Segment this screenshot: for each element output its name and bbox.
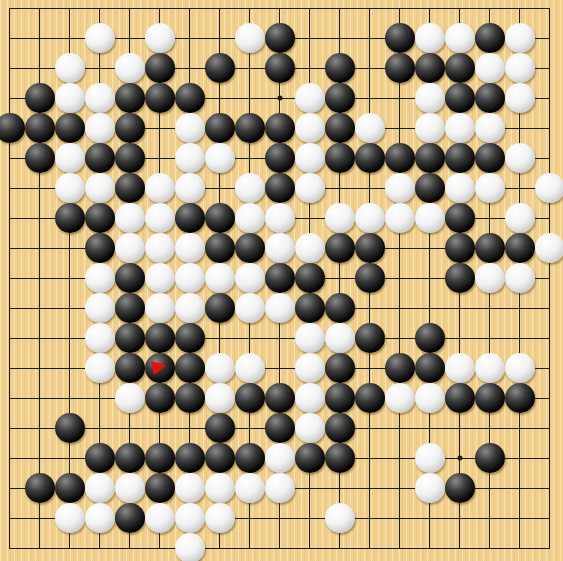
white-stone [85, 173, 115, 203]
white-stone [505, 353, 535, 383]
black-stone [235, 233, 265, 263]
black-stone [445, 263, 475, 293]
white-stone [295, 323, 325, 353]
black-stone [445, 143, 475, 173]
white-stone [385, 203, 415, 233]
black-stone [25, 113, 55, 143]
black-stone [415, 353, 445, 383]
white-stone [85, 263, 115, 293]
white-stone [115, 233, 145, 263]
white-stone [205, 353, 235, 383]
black-stone [115, 353, 145, 383]
black-stone [235, 383, 265, 413]
black-stone [175, 203, 205, 233]
white-stone [55, 143, 85, 173]
black-stone [205, 293, 235, 323]
white-stone [235, 473, 265, 503]
white-stone [295, 83, 325, 113]
white-stone [85, 23, 115, 53]
white-stone [475, 113, 505, 143]
white-stone [295, 233, 325, 263]
white-stone [115, 473, 145, 503]
black-stone [475, 23, 505, 53]
grid-hline [9, 548, 550, 549]
white-stone [265, 443, 295, 473]
white-stone [265, 203, 295, 233]
black-stone [265, 383, 295, 413]
black-stone [445, 233, 475, 263]
white-stone [235, 173, 265, 203]
black-stone [325, 143, 355, 173]
black-stone [325, 443, 355, 473]
white-stone [535, 233, 563, 263]
black-stone [145, 383, 175, 413]
black-stone [205, 53, 235, 83]
black-stone [385, 23, 415, 53]
white-stone [415, 443, 445, 473]
black-stone [505, 233, 535, 263]
black-stone [415, 143, 445, 173]
white-stone [505, 143, 535, 173]
black-stone [205, 113, 235, 143]
white-stone [415, 113, 445, 143]
white-stone [85, 353, 115, 383]
white-stone [85, 473, 115, 503]
white-stone [175, 473, 205, 503]
black-stone [55, 473, 85, 503]
white-stone [85, 323, 115, 353]
black-stone [175, 353, 205, 383]
black-stone [355, 323, 385, 353]
white-stone [445, 113, 475, 143]
black-stone [205, 413, 235, 443]
white-stone [415, 203, 445, 233]
white-stone [505, 23, 535, 53]
black-stone [445, 53, 475, 83]
black-stone [175, 443, 205, 473]
grid-vline [399, 8, 400, 549]
white-stone [325, 203, 355, 233]
black-stone [145, 473, 175, 503]
white-stone [85, 83, 115, 113]
white-stone [145, 233, 175, 263]
white-stone [175, 143, 205, 173]
black-stone [115, 263, 145, 293]
white-stone [415, 473, 445, 503]
black-stone [145, 83, 175, 113]
black-stone [175, 83, 205, 113]
black-stone [85, 203, 115, 233]
white-stone [445, 353, 475, 383]
black-stone [205, 443, 235, 473]
white-stone [175, 173, 205, 203]
white-stone [205, 383, 235, 413]
black-stone [235, 113, 265, 143]
white-stone [55, 173, 85, 203]
white-stone [175, 293, 205, 323]
black-stone [115, 503, 145, 533]
black-stone [55, 203, 85, 233]
white-stone [145, 173, 175, 203]
black-stone [115, 323, 145, 353]
white-stone [115, 383, 145, 413]
black-stone [115, 143, 145, 173]
black-stone [445, 83, 475, 113]
black-stone [325, 233, 355, 263]
black-stone [385, 143, 415, 173]
white-stone [385, 383, 415, 413]
black-stone [85, 143, 115, 173]
black-stone [85, 443, 115, 473]
black-stone [265, 113, 295, 143]
black-stone [295, 443, 325, 473]
black-stone [475, 383, 505, 413]
white-stone [235, 23, 265, 53]
black-stone [145, 53, 175, 83]
black-stone [355, 383, 385, 413]
white-stone [475, 173, 505, 203]
black-stone [325, 83, 355, 113]
white-stone [505, 263, 535, 293]
black-stone [55, 113, 85, 143]
black-stone [445, 203, 475, 233]
white-stone [265, 293, 295, 323]
black-stone [85, 233, 115, 263]
white-stone [505, 203, 535, 233]
white-stone [355, 203, 385, 233]
black-stone [415, 53, 445, 83]
black-stone [445, 383, 475, 413]
black-stone [295, 293, 325, 323]
black-stone [355, 143, 385, 173]
white-stone [325, 503, 355, 533]
black-stone [385, 53, 415, 83]
black-stone [265, 173, 295, 203]
white-stone [295, 143, 325, 173]
black-stone [325, 53, 355, 83]
white-stone [145, 293, 175, 323]
white-stone [175, 233, 205, 263]
white-stone [295, 353, 325, 383]
white-stone [265, 233, 295, 263]
white-stone [85, 113, 115, 143]
black-stone [115, 293, 145, 323]
white-stone [85, 503, 115, 533]
white-stone [295, 113, 325, 143]
black-stone [325, 353, 355, 383]
black-stone [265, 53, 295, 83]
black-stone [385, 353, 415, 383]
white-stone [505, 53, 535, 83]
black-stone [115, 113, 145, 143]
black-stone [445, 473, 475, 503]
white-stone [145, 203, 175, 233]
white-stone [55, 53, 85, 83]
white-stone [295, 413, 325, 443]
black-stone [415, 323, 445, 353]
black-stone [115, 83, 145, 113]
black-stone [25, 473, 55, 503]
white-stone [445, 173, 475, 203]
black-stone [475, 83, 505, 113]
white-stone [415, 383, 445, 413]
white-stone [175, 503, 205, 533]
black-stone [175, 383, 205, 413]
black-stone [265, 263, 295, 293]
white-stone [475, 353, 505, 383]
white-stone [265, 473, 295, 503]
star-point [277, 96, 282, 101]
white-stone [415, 83, 445, 113]
white-stone [475, 53, 505, 83]
star-point [457, 456, 462, 461]
black-stone [205, 233, 235, 263]
black-stone [265, 413, 295, 443]
black-stone [55, 413, 85, 443]
white-stone [325, 323, 355, 353]
white-stone [175, 263, 205, 293]
black-stone [355, 263, 385, 293]
white-stone [505, 83, 535, 113]
black-stone [25, 143, 55, 173]
white-stone [235, 293, 265, 323]
black-stone [475, 233, 505, 263]
white-stone [355, 113, 385, 143]
black-stone [265, 143, 295, 173]
white-stone [205, 263, 235, 293]
black-stone [265, 23, 295, 53]
white-stone [445, 23, 475, 53]
white-stone [115, 203, 145, 233]
white-stone [205, 143, 235, 173]
grid-vline [549, 8, 550, 549]
white-stone [535, 173, 563, 203]
white-stone [55, 83, 85, 113]
white-stone [115, 53, 145, 83]
white-stone [55, 503, 85, 533]
black-stone [205, 203, 235, 233]
black-stone [0, 113, 25, 143]
black-stone [415, 173, 445, 203]
white-stone [475, 263, 505, 293]
white-stone [85, 293, 115, 323]
black-stone [505, 383, 535, 413]
white-stone [175, 533, 205, 561]
black-stone [325, 293, 355, 323]
go-board[interactable] [0, 0, 563, 561]
black-stone [235, 443, 265, 473]
black-stone [475, 143, 505, 173]
white-stone [235, 203, 265, 233]
go-app-window [0, 0, 563, 561]
black-stone [325, 113, 355, 143]
white-stone [385, 173, 415, 203]
black-stone [115, 443, 145, 473]
black-stone [475, 443, 505, 473]
black-stone [145, 443, 175, 473]
black-stone [25, 83, 55, 113]
white-stone [205, 503, 235, 533]
white-stone [295, 383, 325, 413]
black-stone [325, 383, 355, 413]
black-stone [145, 323, 175, 353]
white-stone [235, 353, 265, 383]
white-stone [295, 173, 325, 203]
white-stone [235, 263, 265, 293]
white-stone [145, 23, 175, 53]
white-stone [415, 23, 445, 53]
white-stone [145, 503, 175, 533]
black-stone [325, 413, 355, 443]
white-stone [205, 473, 235, 503]
black-stone [115, 173, 145, 203]
black-stone [175, 323, 205, 353]
white-stone [175, 113, 205, 143]
black-stone [355, 233, 385, 263]
black-stone [295, 263, 325, 293]
white-stone [145, 263, 175, 293]
